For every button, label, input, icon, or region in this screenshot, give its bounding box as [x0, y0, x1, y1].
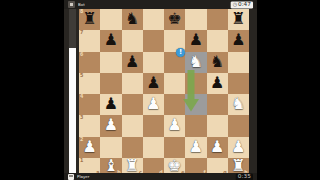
- square-a8[interactable]: 8♜: [79, 9, 100, 30]
- square-f4[interactable]: [185, 94, 206, 115]
- rank-label-3: 3: [80, 115, 83, 120]
- square-a3[interactable]: 3: [79, 115, 100, 136]
- square-g4[interactable]: [207, 94, 228, 115]
- square-c7[interactable]: [122, 30, 143, 51]
- black-pawn-c6[interactable]: ♟: [122, 52, 143, 73]
- right-gutter: [257, 0, 320, 180]
- square-b3[interactable]: ♟: [100, 115, 121, 136]
- rank-label-6: 6: [80, 52, 83, 57]
- rank-label-5: 5: [80, 73, 83, 78]
- board[interactable]: 8♜♞♚♜7♟♟♟6♟♞♞5♟♟4♟♟♞3♟♟2♟♟♟♟1ab♝c♜de♚fgh…: [79, 9, 249, 180]
- square-a7[interactable]: 7: [79, 30, 100, 51]
- move-feedback-badge: !: [176, 48, 185, 57]
- app-window: Bot ◷ 0:47 8♜♞♚♜7♟♟♟6♟♞♞5♟♟4♟♟♞3♟♟2♟♟♟♟1…: [0, 0, 320, 180]
- square-g3[interactable]: [207, 115, 228, 136]
- square-c5[interactable]: [122, 73, 143, 94]
- white-pawn-b3[interactable]: ♟: [100, 115, 121, 136]
- clock-icon: ◷: [233, 2, 237, 7]
- square-f5[interactable]: [185, 73, 206, 94]
- square-f3[interactable]: [185, 115, 206, 136]
- player-clock-time: 0:35: [238, 174, 251, 180]
- square-b4[interactable]: ♟: [100, 94, 121, 115]
- rank-label-7: 7: [80, 30, 83, 35]
- square-f7[interactable]: ♟: [185, 30, 206, 51]
- square-c6[interactable]: ♟: [122, 52, 143, 73]
- square-e8[interactable]: ♚: [164, 9, 185, 30]
- player-clock: 0:35: [236, 173, 253, 180]
- square-g8[interactable]: [207, 9, 228, 30]
- white-pawn-g2[interactable]: ♟: [207, 137, 228, 158]
- square-a6[interactable]: 6: [79, 52, 100, 73]
- square-a4[interactable]: 4: [79, 94, 100, 115]
- square-d3[interactable]: [143, 115, 164, 136]
- square-e5[interactable]: [164, 73, 185, 94]
- square-b2[interactable]: [100, 137, 121, 158]
- square-h2[interactable]: ♟: [228, 137, 249, 158]
- square-d7[interactable]: [143, 30, 164, 51]
- black-pawn-b7[interactable]: ♟: [100, 30, 121, 51]
- white-pawn-d4[interactable]: ♟: [143, 94, 164, 115]
- black-rook-a8[interactable]: ♜: [79, 9, 100, 30]
- square-d6[interactable]: [143, 52, 164, 73]
- square-g6[interactable]: ♞: [207, 52, 228, 73]
- black-pawn-d5[interactable]: ♟: [143, 73, 164, 94]
- rank-label-4: 4: [80, 94, 83, 99]
- square-f8[interactable]: [185, 9, 206, 30]
- square-e4[interactable]: [164, 94, 185, 115]
- square-h7[interactable]: ♟: [228, 30, 249, 51]
- black-pawn-h7[interactable]: ♟: [228, 30, 249, 51]
- square-d8[interactable]: [143, 9, 164, 30]
- square-c4[interactable]: [122, 94, 143, 115]
- player-bar: Player 0:35: [64, 173, 257, 180]
- opponent-bar: Bot ◷ 0:47: [64, 0, 257, 9]
- square-h3[interactable]: [228, 115, 249, 136]
- square-b6[interactable]: [100, 52, 121, 73]
- black-rook-h8[interactable]: ♜: [228, 9, 249, 30]
- square-d2[interactable]: [143, 137, 164, 158]
- black-pawn-b4[interactable]: ♟: [100, 94, 121, 115]
- white-knight-f6[interactable]: ♞: [185, 52, 206, 73]
- square-e2[interactable]: [164, 137, 185, 158]
- square-d4[interactable]: ♟: [143, 94, 164, 115]
- square-f2[interactable]: ♟: [185, 137, 206, 158]
- square-b7[interactable]: ♟: [100, 30, 121, 51]
- square-e3[interactable]: ♟: [164, 115, 185, 136]
- square-f6[interactable]: ♞: [185, 52, 206, 73]
- white-pawn-f2[interactable]: ♟: [185, 137, 206, 158]
- square-a2[interactable]: 2♟: [79, 137, 100, 158]
- black-king-e8[interactable]: ♚: [164, 9, 185, 30]
- black-pawn-g5[interactable]: ♟: [207, 73, 228, 94]
- white-knight-h4[interactable]: ♞: [228, 94, 249, 115]
- square-h5[interactable]: [228, 73, 249, 94]
- square-c2[interactable]: [122, 137, 143, 158]
- square-h8[interactable]: ♜: [228, 9, 249, 30]
- square-c3[interactable]: [122, 115, 143, 136]
- black-knight-c8[interactable]: ♞: [122, 9, 143, 30]
- white-pawn-a2[interactable]: ♟: [79, 137, 100, 158]
- white-pawn-e3[interactable]: ♟: [164, 115, 185, 136]
- black-pawn-f7[interactable]: ♟: [185, 30, 206, 51]
- square-g2[interactable]: ♟: [207, 137, 228, 158]
- evaluation-bar: [69, 9, 76, 173]
- square-g5[interactable]: ♟: [207, 73, 228, 94]
- opponent-clock-time: 0:47: [238, 2, 251, 8]
- rank-label-1: 1: [80, 158, 83, 163]
- square-d5[interactable]: ♟: [143, 73, 164, 94]
- player-avatar-icon: [68, 174, 74, 180]
- square-b8[interactable]: [100, 9, 121, 30]
- square-g7[interactable]: [207, 30, 228, 51]
- left-gutter: [0, 0, 64, 180]
- square-b5[interactable]: [100, 73, 121, 94]
- black-knight-g6[interactable]: ♞: [207, 52, 228, 73]
- white-pawn-h2[interactable]: ♟: [228, 137, 249, 158]
- opponent-avatar-icon: [68, 1, 75, 8]
- square-a5[interactable]: 5: [79, 73, 100, 94]
- square-h6[interactable]: [228, 52, 249, 73]
- evaluation-bar-black-share: [69, 9, 76, 48]
- square-h4[interactable]: ♞: [228, 94, 249, 115]
- square-c8[interactable]: ♞: [122, 9, 143, 30]
- opponent-clock: ◷ 0:47: [231, 1, 253, 8]
